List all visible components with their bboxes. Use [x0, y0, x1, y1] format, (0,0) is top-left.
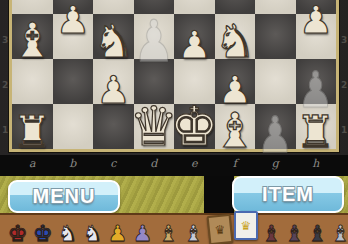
menu-button[interactable]: MENU: [8, 180, 120, 213]
icon-cross-piece-silver[interactable]: ♝: [182, 219, 205, 244]
icon-card-crown-sepia[interactable]: ♛: [207, 214, 234, 244]
rank-label-3: 3: [341, 35, 347, 45]
white-knight-f3[interactable]: ♞: [214, 18, 255, 64]
square-b2[interactable]: [53, 59, 94, 104]
rank-label-1: 1: [341, 125, 347, 135]
white-pawn-e3[interactable]: ♟: [177, 26, 211, 64]
white-king-e1[interactable]: ♚: [170, 100, 218, 154]
square-g2[interactable]: [255, 59, 296, 104]
white-pawn-b4[interactable]: ♟: [56, 1, 90, 39]
file-label-g: g: [272, 157, 279, 170]
icon-cross-piece-tan[interactable]: ♝: [157, 219, 180, 244]
square-c4[interactable]: [93, 0, 134, 14]
file-label-c: c: [110, 157, 116, 170]
rank-label-1: 1: [2, 125, 8, 135]
rank-label-2: 2: [341, 80, 347, 90]
icon-dark-piece-purple[interactable]: ♝: [283, 219, 306, 244]
icon-dark-piece-maroon[interactable]: ♝: [260, 219, 283, 244]
square-e4[interactable]: [174, 0, 215, 14]
file-label-e: e: [191, 157, 198, 170]
panel-gap: [204, 176, 234, 213]
file-label-b: b: [69, 157, 76, 170]
file-label-d: d: [150, 157, 157, 170]
rank-label-2: 2: [2, 80, 8, 90]
white-pawn-h4[interactable]: ♟: [299, 1, 333, 39]
white-pawn-c2[interactable]: ♟: [96, 71, 130, 109]
file-label-a: a: [29, 157, 36, 170]
icon-card-crown-white[interactable]: ♛: [234, 211, 258, 240]
white-knight-c3[interactable]: ♞: [93, 18, 134, 64]
square-g3[interactable]: [255, 14, 296, 59]
square-f4[interactable]: [215, 0, 256, 14]
white-rook-a1[interactable]: ♜: [13, 110, 52, 154]
chess-board-area: ♜♛♚♝♜♟♟♝♞♟♞♟♟♟♟♟ 332211: [0, 0, 348, 155]
icon-knight-silver-1[interactable]: ♞: [56, 219, 79, 244]
square-b1[interactable]: [53, 104, 94, 149]
icon-monk-purple[interactable]: ♟: [131, 219, 154, 244]
item-button[interactable]: ITEM: [232, 176, 344, 213]
icon-king-blue[interactable]: ♚: [31, 219, 54, 244]
square-g4[interactable]: [255, 0, 296, 14]
piece-icon-tray: ♚♚♞♞♟♟♝♝♛♛♝♝♝♝: [0, 213, 348, 244]
icon-dark-piece-light[interactable]: ♝: [329, 219, 348, 244]
file-label-h: h: [312, 157, 319, 170]
icon-monk-gold[interactable]: ♟: [106, 219, 129, 244]
file-label-strip: abcdefgh: [0, 155, 348, 176]
white-bishop-a3[interactable]: ♝: [11, 16, 54, 64]
icon-knight-silver-2[interactable]: ♞: [81, 219, 104, 244]
veiled-piece-d3[interactable]: ♟: [133, 12, 174, 70]
veiled-piece-g1[interactable]: ♟: [257, 109, 293, 155]
file-label-f: f: [233, 157, 237, 170]
white-bishop-f1[interactable]: ♝: [213, 106, 256, 154]
icon-dark-piece-gray[interactable]: ♝: [306, 219, 329, 244]
icon-king-red[interactable]: ♚: [6, 219, 29, 244]
game-screen: ♜♛♚♝♜♟♟♝♞♟♞♟♟♟♟♟ 332211 abcdefgh MENU IT…: [0, 0, 348, 244]
white-rook-h1[interactable]: ♜: [296, 110, 335, 154]
rank-label-3: 3: [2, 35, 8, 45]
